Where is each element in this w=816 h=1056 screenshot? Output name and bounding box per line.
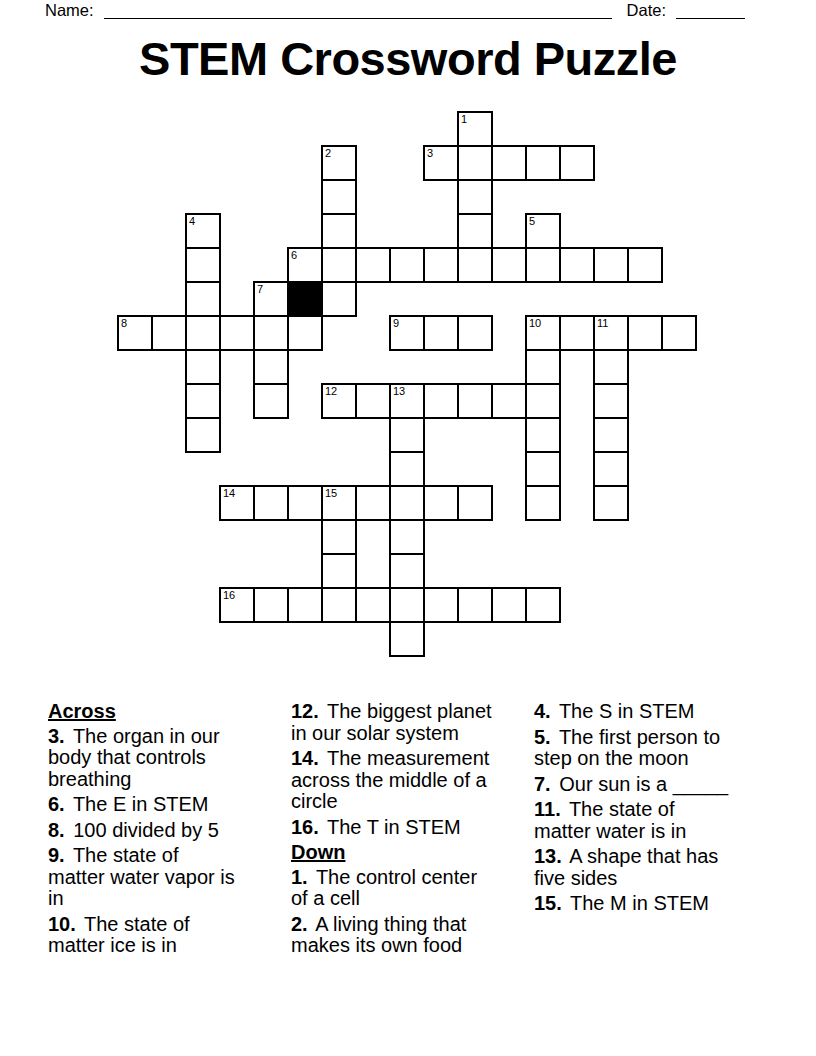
clue-number: 12. [291,700,319,722]
cell-r14c10[interactable] [457,587,493,623]
clue-across-9: 9. The state of matter water vapor is in [48,845,288,910]
date-label: Date: [627,0,666,20]
cell-r11c14[interactable] [593,485,629,521]
clue-down-11: 11. The state of matter water is in [534,799,774,842]
cell-r10c14[interactable] [593,451,629,487]
cell-r6c10[interactable] [457,315,493,351]
name-blank-line[interactable] [104,17,612,19]
cell-r6c2[interactable] [185,315,221,351]
cell-r4c11[interactable] [491,247,527,283]
cell-r1c9[interactable]: 3 [423,145,459,181]
cell-r0c10[interactable]: 1 [457,111,493,147]
cell-number-7: 7 [257,283,263,295]
cell-r7c2[interactable] [185,349,221,385]
cell-r10c12[interactable] [525,451,561,487]
cell-number-15: 15 [325,487,337,499]
cell-r6c14[interactable]: 11 [593,315,629,351]
cell-r6c3[interactable] [219,315,255,351]
cell-number-1: 1 [461,113,467,125]
cell-number-6: 6 [291,249,297,261]
clue-across-14: 14. The measurement across the middle of… [291,748,531,813]
cell-number-9: 9 [393,317,399,329]
cell-r11c6[interactable]: 15 [321,485,357,521]
cell-r1c11[interactable] [491,145,527,181]
cell-r11c8[interactable] [389,485,425,521]
clue-text: The measurement across the middle of a c… [291,747,489,812]
clue-number: 6. [48,793,65,815]
clue-across-16: 16. The T in STEM [291,817,531,839]
cell-r9c2[interactable] [185,417,221,453]
cell-r12c6[interactable] [321,519,357,555]
black-cell-r5c5 [287,281,323,317]
clue-across-3: 3. The organ in our body that controls b… [48,726,288,791]
clue-across-12: 12. The biggest planet in our solar syst… [291,701,531,744]
cell-r3c2[interactable]: 4 [185,213,221,249]
cell-number-10: 10 [529,317,541,329]
clue-number: 11. [534,798,561,820]
cell-r8c4[interactable] [253,383,289,419]
clue-number: 14. [291,747,319,769]
cell-r11c10[interactable] [457,485,493,521]
cell-number-3: 3 [427,147,433,159]
cell-number-14: 14 [223,487,235,499]
cell-r11c3[interactable]: 14 [219,485,255,521]
cell-r8c10[interactable] [457,383,493,419]
clue-number: 4. [534,700,551,722]
cell-r6c15[interactable] [627,315,663,351]
cell-r14c3[interactable]: 16 [219,587,255,623]
clue-number: 16. [291,816,319,838]
cell-r4c12[interactable] [525,247,561,283]
cell-number-11: 11 [597,317,608,329]
clue-down-5: 5. The first person to step on the moon [534,727,774,770]
clue-down-15: 15. The M in STEM [534,893,774,915]
cell-r14c4[interactable] [253,587,289,623]
cell-r6c9[interactable] [423,315,459,351]
name-label: Name: [45,0,94,20]
date-blank-line[interactable] [676,17,745,19]
clue-text: The M in STEM [570,892,709,914]
cell-r6c1[interactable] [151,315,187,351]
clue-across-8: 8. 100 divided by 5 [48,820,288,842]
clue-down-13: 13. A shape that has five sides [534,846,774,889]
cell-r11c12[interactable] [525,485,561,521]
cell-r5c4[interactable]: 7 [253,281,289,317]
cell-r14c5[interactable] [287,587,323,623]
cell-r7c14[interactable] [593,349,629,385]
crossword-grid: 12345678910111213141516 [117,111,697,657]
cell-r10c8[interactable] [389,451,425,487]
clue-across-6: 6. The E in STEM [48,794,288,816]
cell-r4c7[interactable] [355,247,391,283]
cell-r4c9[interactable] [423,247,459,283]
cell-r6c5[interactable] [287,315,323,351]
cell-r7c12[interactable] [525,349,561,385]
cell-r5c6[interactable] [321,281,357,317]
clue-down-1: 1. The control center of a cell [291,867,531,910]
clue-number: 13. [534,845,562,867]
cell-r8c2[interactable] [185,383,221,419]
cell-r6c16[interactable] [661,315,697,351]
clue-number: 5. [534,726,551,748]
cell-r8c7[interactable] [355,383,391,419]
cell-r6c4[interactable] [253,315,289,351]
clue-text: The control center of a cell [291,866,477,910]
page-title: STEM Crossword Puzzle [0,30,816,88]
cell-r8c11[interactable] [491,383,527,419]
cell-r1c6[interactable]: 2 [321,145,357,181]
cell-r14c12[interactable] [525,587,561,623]
clue-number: 2. [291,913,308,935]
clue-text: The biggest planet in our solar system [291,700,492,744]
cell-r4c8[interactable] [389,247,425,283]
clue-text: The first person to step on the moon [534,726,720,770]
worksheet-page: Name: Date: STEM Crossword Puzzle 123456… [0,0,816,1056]
cell-r8c14[interactable] [593,383,629,419]
clue-number: 10. [48,913,76,935]
cell-r9c12[interactable] [525,417,561,453]
cell-r4c14[interactable] [593,247,629,283]
header-row: Name: Date: [45,0,745,20]
clue-down-7: 7. Our sun is a _____ [534,774,774,796]
down-header: Down [291,842,531,864]
cell-r11c4[interactable] [253,485,289,521]
cell-number-16: 16 [223,589,235,601]
cell-r2c10[interactable] [457,179,493,215]
cell-r11c7[interactable] [355,485,391,521]
clue-number: 8. [48,819,65,841]
clue-text: The state of matter water vapor is in [48,844,235,909]
cell-r3c6[interactable] [321,213,357,249]
cell-r14c6[interactable] [321,587,357,623]
cell-r4c6[interactable] [321,247,357,283]
cell-r8c12[interactable] [525,383,561,419]
clue-text: The E in STEM [73,793,209,815]
cell-r5c2[interactable] [185,281,221,317]
cell-r4c10[interactable] [457,247,493,283]
clue-text: Our sun is a _____ [559,773,728,795]
cell-r13c8[interactable] [389,553,425,589]
cell-r1c12[interactable] [525,145,561,181]
cell-r6c0[interactable]: 8 [117,315,153,351]
cell-r4c13[interactable] [559,247,595,283]
cell-number-4: 4 [189,215,195,227]
across-header: Across [48,701,288,723]
cell-number-2: 2 [325,147,331,159]
clue-number: 3. [48,725,65,747]
cell-r14c8[interactable] [389,587,425,623]
cell-r2c6[interactable] [321,179,357,215]
cell-r14c11[interactable] [491,587,527,623]
cell-r1c13[interactable] [559,145,595,181]
cell-r14c7[interactable] [355,587,391,623]
clue-text: 100 divided by 5 [73,819,219,841]
cell-r6c12[interactable]: 10 [525,315,561,351]
cell-number-13: 13 [393,385,405,397]
clues-column-1: Across3. The organ in our body that cont… [48,701,288,961]
cell-r11c5[interactable] [287,485,323,521]
clue-number: 9. [48,844,65,866]
cell-r9c14[interactable] [593,417,629,453]
clue-number: 1. [291,866,308,888]
cell-r11c9[interactable] [423,485,459,521]
clue-text: The organ in our body that controls brea… [48,725,220,790]
cell-r13c6[interactable] [321,553,357,589]
clue-text: A living thing that makes its own food [291,913,466,957]
cell-r4c2[interactable] [185,247,221,283]
cell-r6c13[interactable] [559,315,595,351]
clue-down-4: 4. The S in STEM [534,701,774,723]
clue-number: 15. [534,892,562,914]
cell-r12c8[interactable] [389,519,425,555]
clues-column-3: 4. The S in STEM5. The first person to s… [534,701,774,919]
clue-text: The S in STEM [559,700,695,722]
clue-number: 7. [534,773,551,795]
cell-r1c10[interactable] [457,145,493,181]
cell-r7c4[interactable] [253,349,289,385]
cell-r3c10[interactable] [457,213,493,249]
cell-r8c6[interactable]: 12 [321,383,357,419]
cell-r4c5[interactable]: 6 [287,247,323,283]
cell-r8c9[interactable] [423,383,459,419]
clue-text: The T in STEM [327,816,461,838]
cell-r3c12[interactable]: 5 [525,213,561,249]
cell-r6c8[interactable]: 9 [389,315,425,351]
cell-r9c8[interactable] [389,417,425,453]
cell-r15c8[interactable] [389,621,425,657]
cell-number-5: 5 [529,215,535,227]
clue-across-10: 10. The state of matter ice is in [48,914,288,957]
cell-number-8: 8 [121,317,127,329]
cell-r14c9[interactable] [423,587,459,623]
cell-r4c15[interactable] [627,247,663,283]
clue-down-2: 2. A living thing that makes its own foo… [291,914,531,957]
clues-column-2: 12. The biggest planet in our solar syst… [291,701,531,961]
cell-number-12: 12 [325,385,337,397]
cell-r8c8[interactable]: 13 [389,383,425,419]
